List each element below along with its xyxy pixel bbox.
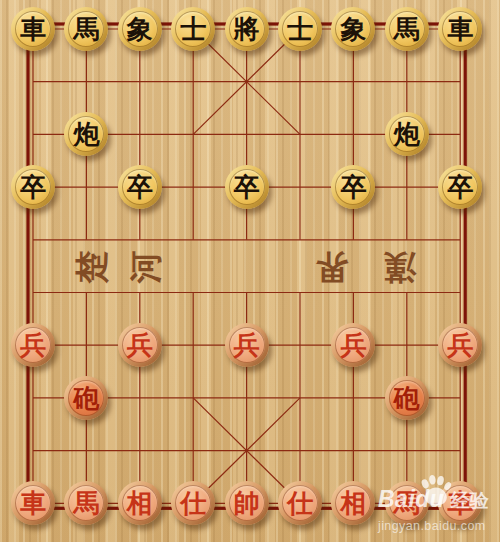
river-label-chu-he: 楚河 <box>72 246 166 288</box>
piece-character: 帥 <box>229 485 265 521</box>
piece-red-soldier[interactable]: 兵 <box>11 323 55 367</box>
piece-character: 兵 <box>442 327 478 363</box>
piece-black-advisor[interactable]: 士 <box>278 7 322 51</box>
river-character: 漢 <box>380 247 420 287</box>
piece-character: 仕 <box>282 485 318 521</box>
piece-red-cannon[interactable]: 砲 <box>385 376 429 420</box>
piece-character: 士 <box>282 11 318 47</box>
piece-character: 馬 <box>68 11 104 47</box>
piece-character: 兵 <box>229 327 265 363</box>
piece-character: 車 <box>15 11 51 47</box>
piece-black-advisor[interactable]: 士 <box>171 7 215 51</box>
piece-character: 卒 <box>122 169 158 205</box>
piece-character: 士 <box>175 11 211 47</box>
piece-red-elephant[interactable]: 相 <box>118 481 162 525</box>
piece-character: 兵 <box>335 327 371 363</box>
piece-black-chariot[interactable]: 車 <box>438 7 482 51</box>
piece-black-cannon[interactable]: 炮 <box>385 112 429 156</box>
watermark-url-text: jingyan.baidu.com <box>378 519 498 533</box>
piece-black-soldier[interactable]: 卒 <box>11 165 55 209</box>
piece-black-horse[interactable]: 馬 <box>385 7 429 51</box>
watermark-suffix-text: 经验 <box>450 489 488 511</box>
watermark-logo-row: Baidu经验 <box>378 486 498 516</box>
piece-character: 卒 <box>229 169 265 205</box>
piece-red-advisor[interactable]: 仕 <box>278 481 322 525</box>
piece-character: 相 <box>335 485 371 521</box>
river-label-han-jie: 界漢 <box>312 246 420 288</box>
piece-character: 卒 <box>15 169 51 205</box>
piece-character: 馬 <box>68 485 104 521</box>
piece-red-cannon[interactable]: 砲 <box>64 376 108 420</box>
piece-character: 卒 <box>442 169 478 205</box>
piece-character: 象 <box>122 11 158 47</box>
piece-character: 兵 <box>122 327 158 363</box>
piece-black-soldier[interactable]: 卒 <box>225 165 269 209</box>
piece-black-elephant[interactable]: 象 <box>118 7 162 51</box>
piece-black-soldier[interactable]: 卒 <box>438 165 482 209</box>
piece-character: 車 <box>15 485 51 521</box>
river-character: 界 <box>312 247 352 287</box>
baidu-jingyan-watermark: Baidu经验 jingyan.baidu.com <box>378 486 498 533</box>
piece-character: 將 <box>229 11 265 47</box>
piece-red-soldier[interactable]: 兵 <box>225 323 269 367</box>
piece-character: 馬 <box>389 11 425 47</box>
piece-black-soldier[interactable]: 卒 <box>118 165 162 209</box>
river-character: 河 <box>126 247 166 287</box>
piece-character: 炮 <box>68 116 104 152</box>
piece-black-general[interactable]: 將 <box>225 7 269 51</box>
piece-character: 象 <box>335 11 371 47</box>
baidu-paw-icon <box>418 474 454 508</box>
piece-character: 車 <box>442 11 478 47</box>
piece-character: 砲 <box>389 380 425 416</box>
xiangqi-board[interactable]: 楚河 界漢 車馬象士將士象馬車炮炮卒卒卒卒卒兵兵兵兵兵砲砲車馬相仕帥仕相馬車 B… <box>0 0 500 542</box>
piece-black-chariot[interactable]: 車 <box>11 7 55 51</box>
piece-character: 兵 <box>15 327 51 363</box>
piece-character: 砲 <box>68 380 104 416</box>
piece-character: 炮 <box>389 116 425 152</box>
river-character: 楚 <box>72 247 112 287</box>
piece-character: 仕 <box>175 485 211 521</box>
piece-red-soldier[interactable]: 兵 <box>118 323 162 367</box>
piece-character: 卒 <box>335 169 371 205</box>
piece-red-general[interactable]: 帥 <box>225 481 269 525</box>
piece-character: 相 <box>122 485 158 521</box>
piece-red-chariot[interactable]: 車 <box>11 481 55 525</box>
